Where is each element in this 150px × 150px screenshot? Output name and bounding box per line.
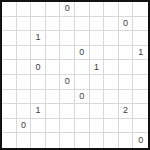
- cell-r4c6[interactable]: 1: [90, 60, 105, 75]
- cell-r0c5[interactable]: [75, 2, 90, 17]
- cell-r3c5[interactable]: 0: [75, 46, 90, 61]
- cell-r1c7[interactable]: [104, 17, 119, 32]
- cell-r6c5[interactable]: 0: [75, 90, 90, 105]
- cell-r8c5[interactable]: [75, 119, 90, 134]
- cell-r0c8[interactable]: [119, 2, 134, 17]
- cell-r0c7[interactable]: [104, 2, 119, 17]
- clue-number: 1: [35, 33, 40, 42]
- cell-r0c6[interactable]: [90, 2, 105, 17]
- cell-r4c4[interactable]: [60, 60, 75, 75]
- cell-r2c0[interactable]: [2, 31, 17, 46]
- cell-r0c4[interactable]: 0: [60, 2, 75, 17]
- clue-number: 0: [79, 48, 84, 57]
- cell-r1c0[interactable]: [2, 17, 17, 32]
- cell-r3c6[interactable]: [90, 46, 105, 61]
- cell-r5c5[interactable]: [75, 75, 90, 90]
- cell-r5c9[interactable]: [133, 75, 148, 90]
- clue-number: 0: [138, 136, 143, 145]
- cell-r2c2[interactable]: 1: [31, 31, 46, 46]
- cell-r4c2[interactable]: 0: [31, 60, 46, 75]
- clue-number: 0: [35, 63, 40, 72]
- cell-r2c5[interactable]: [75, 31, 90, 46]
- cell-r6c8[interactable]: [119, 90, 134, 105]
- cell-r2c8[interactable]: [119, 31, 134, 46]
- cell-r6c3[interactable]: [46, 90, 61, 105]
- cell-r6c0[interactable]: [2, 90, 17, 105]
- cell-r5c7[interactable]: [104, 75, 119, 90]
- cell-r7c9[interactable]: [133, 104, 148, 119]
- cell-r5c6[interactable]: [90, 75, 105, 90]
- puzzle-board: 0010101001200: [0, 0, 150, 150]
- cell-r5c3[interactable]: [46, 75, 61, 90]
- cell-r0c1[interactable]: [17, 2, 32, 17]
- cell-r3c2[interactable]: [31, 46, 46, 61]
- cell-r9c1[interactable]: [17, 133, 32, 148]
- clue-number: 1: [94, 63, 99, 72]
- cell-r2c9[interactable]: [133, 31, 148, 46]
- cell-r9c8[interactable]: [119, 133, 134, 148]
- cell-r9c7[interactable]: [104, 133, 119, 148]
- cell-r7c3[interactable]: [46, 104, 61, 119]
- cell-r4c9[interactable]: [133, 60, 148, 75]
- cell-r3c9[interactable]: 1: [133, 46, 148, 61]
- cell-r8c6[interactable]: [90, 119, 105, 134]
- cell-r6c6[interactable]: [90, 90, 105, 105]
- cell-r3c1[interactable]: [17, 46, 32, 61]
- cell-r5c2[interactable]: [31, 75, 46, 90]
- cell-r8c7[interactable]: [104, 119, 119, 134]
- clue-number: 0: [123, 19, 128, 28]
- cell-r2c4[interactable]: [60, 31, 75, 46]
- cell-r3c8[interactable]: [119, 46, 134, 61]
- cell-r9c3[interactable]: [46, 133, 61, 148]
- clue-number: 2: [123, 106, 128, 115]
- cell-r1c1[interactable]: [17, 17, 32, 32]
- cell-r2c3[interactable]: [46, 31, 61, 46]
- cell-r8c2[interactable]: [31, 119, 46, 134]
- cell-r1c8[interactable]: 0: [119, 17, 134, 32]
- cell-r5c0[interactable]: [2, 75, 17, 90]
- cell-r4c1[interactable]: [17, 60, 32, 75]
- cell-r7c8[interactable]: 2: [119, 104, 134, 119]
- cell-r4c5[interactable]: [75, 60, 90, 75]
- cell-r8c1[interactable]: 0: [17, 119, 32, 134]
- clue-number: 0: [21, 121, 26, 130]
- cell-r2c7[interactable]: [104, 31, 119, 46]
- cell-r5c4[interactable]: 0: [60, 75, 75, 90]
- cell-r1c6[interactable]: [90, 17, 105, 32]
- clue-number: 1: [138, 48, 143, 57]
- cell-r3c0[interactable]: [2, 46, 17, 61]
- cell-r1c5[interactable]: [75, 17, 90, 32]
- cell-r8c4[interactable]: [60, 119, 75, 134]
- cell-r9c5[interactable]: [75, 133, 90, 148]
- cell-r1c4[interactable]: [60, 17, 75, 32]
- cell-r4c8[interactable]: [119, 60, 134, 75]
- cell-r7c2[interactable]: 1: [31, 104, 46, 119]
- cell-r4c7[interactable]: [104, 60, 119, 75]
- cell-r4c3[interactable]: [46, 60, 61, 75]
- cell-r5c1[interactable]: [17, 75, 32, 90]
- cell-r6c9[interactable]: [133, 90, 148, 105]
- cell-r5c8[interactable]: [119, 75, 134, 90]
- cell-r6c1[interactable]: [17, 90, 32, 105]
- clue-number: 1: [35, 106, 40, 115]
- cell-r8c9[interactable]: [133, 119, 148, 134]
- cell-r0c0[interactable]: [2, 2, 17, 17]
- cell-r9c9[interactable]: 0: [133, 133, 148, 148]
- cell-r9c6[interactable]: [90, 133, 105, 148]
- cell-r6c7[interactable]: [104, 90, 119, 105]
- cell-r7c0[interactable]: [2, 104, 17, 119]
- cell-r8c8[interactable]: [119, 119, 134, 134]
- cell-r4c0[interactable]: [2, 60, 17, 75]
- cell-r0c2[interactable]: [31, 2, 46, 17]
- cell-r7c5[interactable]: [75, 104, 90, 119]
- cell-r1c2[interactable]: [31, 17, 46, 32]
- cell-r7c7[interactable]: [104, 104, 119, 119]
- cell-r2c1[interactable]: [17, 31, 32, 46]
- cell-r2c6[interactable]: [90, 31, 105, 46]
- clue-number: 0: [65, 4, 70, 13]
- cell-r9c4[interactable]: [60, 133, 75, 148]
- cell-r7c6[interactable]: [90, 104, 105, 119]
- cell-r3c3[interactable]: [46, 46, 61, 61]
- cell-r7c4[interactable]: [60, 104, 75, 119]
- cell-r7c1[interactable]: [17, 104, 32, 119]
- cell-r9c2[interactable]: [31, 133, 46, 148]
- cell-r6c4[interactable]: [60, 90, 75, 105]
- cell-r0c3[interactable]: [46, 2, 61, 17]
- cell-r1c3[interactable]: [46, 17, 61, 32]
- cell-r3c4[interactable]: [60, 46, 75, 61]
- cell-r0c9[interactable]: [133, 2, 148, 17]
- clue-number: 0: [79, 92, 84, 101]
- clue-number: 0: [65, 77, 70, 86]
- cell-r8c0[interactable]: [2, 119, 17, 134]
- cell-r9c0[interactable]: [2, 133, 17, 148]
- cell-r3c7[interactable]: [104, 46, 119, 61]
- cell-r6c2[interactable]: [31, 90, 46, 105]
- cell-r1c9[interactable]: [133, 17, 148, 32]
- cell-r8c3[interactable]: [46, 119, 61, 134]
